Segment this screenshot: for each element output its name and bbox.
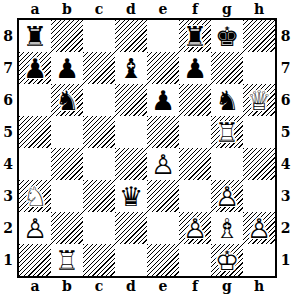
rank-label-5: 5 xyxy=(278,116,293,148)
black-pawn-halo: ♟ xyxy=(179,52,211,84)
rank-label-7: 7 xyxy=(278,52,293,84)
square-d4[interactable] xyxy=(115,148,147,180)
black-rook-halo: ♜ xyxy=(19,20,51,52)
white-rook-halo: ♜ xyxy=(211,116,243,148)
square-c1[interactable] xyxy=(83,244,115,276)
file-label-d: d xyxy=(115,0,147,17)
white-pawn-icon: ♙ xyxy=(179,212,211,244)
file-label-a: a xyxy=(19,0,51,17)
rank-label-4: 4 xyxy=(0,148,16,180)
black-knight-icon: ♞ xyxy=(51,84,83,116)
square-e2[interactable] xyxy=(147,212,179,244)
square-b3[interactable] xyxy=(51,180,83,212)
file-label-g: g xyxy=(211,276,243,295)
square-h1[interactable] xyxy=(243,244,275,276)
white-rook-halo: ♜ xyxy=(51,244,83,276)
square-g2[interactable]: ♝♗ xyxy=(211,212,243,244)
rank-labels-right: 87654321 xyxy=(278,20,293,276)
rank-label-1: 1 xyxy=(0,244,16,276)
square-c6[interactable] xyxy=(83,84,115,116)
white-king-icon: ♔ xyxy=(211,244,243,276)
square-d2[interactable] xyxy=(115,212,147,244)
file-label-b: b xyxy=(51,0,83,17)
square-f8[interactable]: ♜♜ xyxy=(179,20,211,52)
chess-diagram: abcdefgh 87654321 ♜♜♜♜♚♚♟♟♟♟♝♝♟♟♞♞♟♟♞♞♛♕… xyxy=(0,0,293,295)
black-pawn-icon: ♟ xyxy=(19,52,51,84)
square-g8[interactable]: ♚♚ xyxy=(211,20,243,52)
square-h3[interactable] xyxy=(243,180,275,212)
white-pawn-icon: ♙ xyxy=(147,148,179,180)
white-queen-icon: ♕ xyxy=(243,84,275,116)
square-d6[interactable] xyxy=(115,84,147,116)
square-f1[interactable] xyxy=(179,244,211,276)
rank-label-8: 8 xyxy=(0,20,16,52)
white-pawn-icon: ♙ xyxy=(211,180,243,212)
square-e5[interactable] xyxy=(147,116,179,148)
square-f6[interactable] xyxy=(179,84,211,116)
file-label-b: b xyxy=(51,276,83,295)
square-b6[interactable]: ♞♞ xyxy=(51,84,83,116)
white-pawn-halo: ♟ xyxy=(19,212,51,244)
square-d3[interactable]: ♛♛ xyxy=(115,180,147,212)
black-pawn-halo: ♟ xyxy=(51,52,83,84)
square-h7[interactable] xyxy=(243,52,275,84)
square-f7[interactable]: ♟♟ xyxy=(179,52,211,84)
white-pawn-icon: ♙ xyxy=(243,212,275,244)
square-f3[interactable] xyxy=(179,180,211,212)
rank-label-1: 1 xyxy=(278,244,293,276)
square-a3[interactable]: ♞♘ xyxy=(19,180,51,212)
file-label-e: e xyxy=(147,276,179,295)
file-label-e: e xyxy=(147,0,179,17)
square-h8[interactable] xyxy=(243,20,275,52)
black-queen-icon: ♛ xyxy=(115,180,147,212)
file-label-h: h xyxy=(243,276,275,295)
rank-label-7: 7 xyxy=(0,52,16,84)
white-king-halo: ♚ xyxy=(211,244,243,276)
black-king-icon: ♚ xyxy=(211,20,243,52)
black-knight-icon: ♞ xyxy=(211,84,243,116)
square-d8[interactable] xyxy=(115,20,147,52)
square-b1[interactable]: ♜♖ xyxy=(51,244,83,276)
square-b7[interactable]: ♟♟ xyxy=(51,52,83,84)
file-label-f: f xyxy=(179,0,211,17)
square-h2[interactable]: ♟♙ xyxy=(243,212,275,244)
square-b2[interactable] xyxy=(51,212,83,244)
square-c8[interactable] xyxy=(83,20,115,52)
square-g6[interactable]: ♞♞ xyxy=(211,84,243,116)
square-c2[interactable] xyxy=(83,212,115,244)
square-d7[interactable]: ♝♝ xyxy=(115,52,147,84)
black-pawn-icon: ♟ xyxy=(179,52,211,84)
white-rook-icon: ♖ xyxy=(51,244,83,276)
chess-board: ♜♜♜♜♚♚♟♟♟♟♝♝♟♟♞♞♟♟♞♞♛♕♜♖♟♙♞♘♛♛♟♙♟♙♟♙♝♗♟♙… xyxy=(17,18,277,278)
white-pawn-icon: ♙ xyxy=(19,212,51,244)
file-labels-bottom: abcdefgh xyxy=(19,276,275,295)
black-knight-halo: ♞ xyxy=(211,84,243,116)
square-e7[interactable] xyxy=(147,52,179,84)
white-pawn-halo: ♟ xyxy=(211,180,243,212)
rank-label-6: 6 xyxy=(0,84,16,116)
rank-label-2: 2 xyxy=(278,212,293,244)
square-f4[interactable] xyxy=(179,148,211,180)
rank-label-4: 4 xyxy=(278,148,293,180)
file-labels-top: abcdefgh xyxy=(19,0,275,17)
black-pawn-halo: ♟ xyxy=(19,52,51,84)
black-rook-icon: ♜ xyxy=(19,20,51,52)
square-d5[interactable] xyxy=(115,116,147,148)
square-a7[interactable]: ♟♟ xyxy=(19,52,51,84)
file-label-c: c xyxy=(83,276,115,295)
white-pawn-halo: ♟ xyxy=(179,212,211,244)
square-e3[interactable] xyxy=(147,180,179,212)
square-c5[interactable] xyxy=(83,116,115,148)
square-d1[interactable] xyxy=(115,244,147,276)
square-e8[interactable] xyxy=(147,20,179,52)
black-rook-icon: ♜ xyxy=(179,20,211,52)
white-bishop-icon: ♗ xyxy=(211,212,243,244)
file-label-d: d xyxy=(115,276,147,295)
square-c3[interactable] xyxy=(83,180,115,212)
square-b8[interactable] xyxy=(51,20,83,52)
square-f2[interactable]: ♟♙ xyxy=(179,212,211,244)
square-g4[interactable] xyxy=(211,148,243,180)
rank-label-3: 3 xyxy=(0,180,16,212)
file-label-a: a xyxy=(19,276,51,295)
rank-labels-left: 87654321 xyxy=(0,20,16,276)
white-rook-icon: ♖ xyxy=(211,116,243,148)
black-knight-halo: ♞ xyxy=(51,84,83,116)
square-h5[interactable] xyxy=(243,116,275,148)
black-queen-halo: ♛ xyxy=(115,180,147,212)
white-queen-halo: ♛ xyxy=(243,84,275,116)
square-a1[interactable] xyxy=(19,244,51,276)
rank-label-5: 5 xyxy=(0,116,16,148)
square-g7[interactable] xyxy=(211,52,243,84)
rank-label-3: 3 xyxy=(278,180,293,212)
file-label-g: g xyxy=(211,0,243,17)
square-g5[interactable]: ♜♖ xyxy=(211,116,243,148)
square-b4[interactable] xyxy=(51,148,83,180)
square-h4[interactable] xyxy=(243,148,275,180)
square-a8[interactable]: ♜♜ xyxy=(19,20,51,52)
square-a6[interactable] xyxy=(19,84,51,116)
file-label-h: h xyxy=(243,0,275,17)
black-pawn-halo: ♟ xyxy=(147,84,179,116)
square-c4[interactable] xyxy=(83,148,115,180)
white-knight-halo: ♞ xyxy=(19,180,51,212)
square-a4[interactable] xyxy=(19,148,51,180)
square-g1[interactable]: ♚♔ xyxy=(211,244,243,276)
white-bishop-halo: ♝ xyxy=(211,212,243,244)
square-h6[interactable]: ♛♕ xyxy=(243,84,275,116)
white-knight-icon: ♘ xyxy=(19,180,51,212)
square-e1[interactable] xyxy=(147,244,179,276)
rank-label-2: 2 xyxy=(0,212,16,244)
white-pawn-halo: ♟ xyxy=(147,148,179,180)
black-king-halo: ♚ xyxy=(211,20,243,52)
square-b5[interactable] xyxy=(51,116,83,148)
square-g3[interactable]: ♟♙ xyxy=(211,180,243,212)
square-c7[interactable] xyxy=(83,52,115,84)
square-a5[interactable] xyxy=(19,116,51,148)
black-pawn-icon: ♟ xyxy=(147,84,179,116)
file-label-c: c xyxy=(83,0,115,17)
square-a2[interactable]: ♟♙ xyxy=(19,212,51,244)
white-pawn-halo: ♟ xyxy=(243,212,275,244)
square-e4[interactable]: ♟♙ xyxy=(147,148,179,180)
black-rook-halo: ♜ xyxy=(179,20,211,52)
black-bishop-halo: ♝ xyxy=(115,52,147,84)
black-bishop-icon: ♝ xyxy=(115,52,147,84)
rank-label-8: 8 xyxy=(278,20,293,52)
square-e6[interactable]: ♟♟ xyxy=(147,84,179,116)
rank-label-6: 6 xyxy=(278,84,293,116)
square-f5[interactable] xyxy=(179,116,211,148)
black-pawn-icon: ♟ xyxy=(51,52,83,84)
file-label-f: f xyxy=(179,276,211,295)
